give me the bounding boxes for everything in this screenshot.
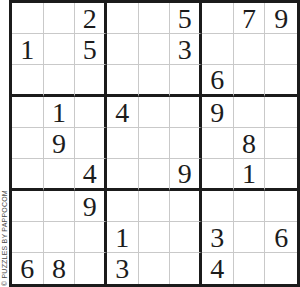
sudoku-cell-r9c6[interactable] — [170, 253, 202, 284]
sudoku-cell-r2c5[interactable] — [139, 34, 171, 65]
sudoku-cell-r5c8[interactable]: 8 — [234, 128, 266, 159]
sudoku-cell-r4c9[interactable] — [265, 97, 297, 128]
sudoku-cell-r6c2[interactable] — [44, 159, 76, 191]
sudoku-cell-r9c2[interactable]: 8 — [44, 253, 76, 284]
sudoku-cell-r2c2[interactable] — [44, 34, 76, 65]
sudoku-cell-r8c9[interactable]: 6 — [265, 222, 297, 253]
sudoku-cell-r5c5[interactable] — [139, 128, 171, 159]
sudoku-cell-r9c7[interactable]: 4 — [202, 253, 234, 284]
sudoku-cell-r2c7[interactable] — [202, 34, 234, 65]
sudoku-cell-r8c8[interactable] — [234, 222, 266, 253]
sudoku-cell-r2c4[interactable] — [107, 34, 139, 65]
sudoku-cell-r6c6[interactable]: 9 — [170, 159, 202, 191]
sudoku-cell-r9c8[interactable] — [234, 253, 266, 284]
sudoku-cell-r5c1[interactable] — [12, 128, 44, 159]
sudoku-cell-r3c5[interactable] — [139, 65, 171, 97]
sudoku-cell-r6c5[interactable] — [139, 159, 171, 191]
sudoku-cell-r1c4[interactable] — [107, 3, 139, 34]
sudoku-cell-r7c3[interactable]: 9 — [75, 191, 107, 222]
sudoku-cell-r7c4[interactable] — [107, 191, 139, 222]
copyright-text: © PUZZLES BY PAPPOCOM — [1, 190, 8, 286]
sudoku-cell-r1c9[interactable]: 9 — [265, 3, 297, 34]
sudoku-cell-r5c6[interactable] — [170, 128, 202, 159]
sudoku-cell-r8c5[interactable] — [139, 222, 171, 253]
sudoku-cell-r9c4[interactable]: 3 — [107, 253, 139, 284]
sudoku-cell-r5c9[interactable] — [265, 128, 297, 159]
sudoku-cell-r8c1[interactable] — [12, 222, 44, 253]
sudoku-cell-r4c6[interactable] — [170, 97, 202, 128]
sudoku-cell-r7c8[interactable] — [234, 191, 266, 222]
sudoku-cell-r8c3[interactable] — [75, 222, 107, 253]
sudoku-cell-r7c7[interactable] — [202, 191, 234, 222]
sudoku-cell-r1c5[interactable] — [139, 3, 171, 34]
sudoku-cell-r5c7[interactable] — [202, 128, 234, 159]
sudoku-cell-r7c6[interactable] — [170, 191, 202, 222]
sudoku-cell-r3c2[interactable] — [44, 65, 76, 97]
sudoku-cell-r1c6[interactable]: 5 — [170, 3, 202, 34]
sudoku-cell-r1c8[interactable]: 7 — [234, 3, 266, 34]
sudoku-cell-r4c1[interactable] — [12, 97, 44, 128]
sudoku-cell-r2c9[interactable] — [265, 34, 297, 65]
sudoku-cell-r9c5[interactable] — [139, 253, 171, 284]
sudoku-cell-r3c6[interactable] — [170, 65, 202, 97]
sudoku-cell-r6c1[interactable] — [12, 159, 44, 191]
sudoku-page: © PUZZLES BY PAPPOCOM 257915361499849191… — [0, 0, 300, 287]
sudoku-cell-r8c6[interactable] — [170, 222, 202, 253]
sudoku-cell-r4c8[interactable] — [234, 97, 266, 128]
sudoku-cell-r7c9[interactable] — [265, 191, 297, 222]
sudoku-cell-r3c4[interactable] — [107, 65, 139, 97]
sudoku-cell-r6c7[interactable] — [202, 159, 234, 191]
sudoku-cell-r1c1[interactable] — [12, 3, 44, 34]
sudoku-cell-r8c4[interactable]: 1 — [107, 222, 139, 253]
sudoku-cell-r9c3[interactable] — [75, 253, 107, 284]
sudoku-cell-r8c7[interactable]: 3 — [202, 222, 234, 253]
sudoku-cell-r2c1[interactable]: 1 — [12, 34, 44, 65]
sudoku-cell-r2c8[interactable] — [234, 34, 266, 65]
sudoku-cell-r3c8[interactable] — [234, 65, 266, 97]
sudoku-cell-r3c9[interactable] — [265, 65, 297, 97]
sudoku-grid: 257915361499849191366834 — [9, 0, 300, 287]
sudoku-cell-r3c1[interactable] — [12, 65, 44, 97]
sudoku-cell-r7c1[interactable] — [12, 191, 44, 222]
sudoku-cell-r7c2[interactable] — [44, 191, 76, 222]
sudoku-cell-r6c3[interactable]: 4 — [75, 159, 107, 191]
sudoku-cell-r1c2[interactable] — [44, 3, 76, 34]
sudoku-cell-r5c3[interactable] — [75, 128, 107, 159]
sudoku-cell-r2c6[interactable]: 3 — [170, 34, 202, 65]
sudoku-cell-r9c9[interactable] — [265, 253, 297, 284]
sudoku-cell-r4c4[interactable]: 4 — [107, 97, 139, 128]
sudoku-cell-r8c2[interactable] — [44, 222, 76, 253]
sudoku-cell-r5c2[interactable]: 9 — [44, 128, 76, 159]
sudoku-cell-r3c7[interactable]: 6 — [202, 65, 234, 97]
sudoku-cell-r6c9[interactable] — [265, 159, 297, 191]
sudoku-cell-r3c3[interactable] — [75, 65, 107, 97]
sudoku-cell-r2c3[interactable]: 5 — [75, 34, 107, 65]
sudoku-cell-r1c7[interactable] — [202, 3, 234, 34]
sudoku-cell-r6c8[interactable]: 1 — [234, 159, 266, 191]
sudoku-cell-r4c7[interactable]: 9 — [202, 97, 234, 128]
sudoku-cell-r7c5[interactable] — [139, 191, 171, 222]
sudoku-cell-r4c5[interactable] — [139, 97, 171, 128]
sudoku-cell-r6c4[interactable] — [107, 159, 139, 191]
sudoku-cell-r5c4[interactable] — [107, 128, 139, 159]
sudoku-cell-r9c1[interactable]: 6 — [12, 253, 44, 284]
sudoku-cell-r4c2[interactable]: 1 — [44, 97, 76, 128]
sudoku-cell-r4c3[interactable] — [75, 97, 107, 128]
sudoku-cell-r1c3[interactable]: 2 — [75, 3, 107, 34]
